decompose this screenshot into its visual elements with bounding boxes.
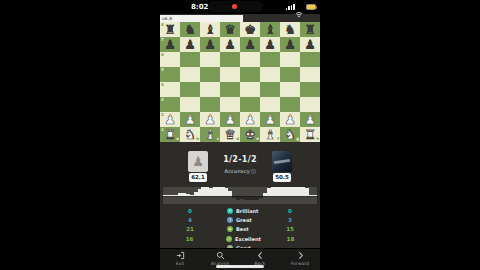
recording-indicator-icon <box>232 4 237 9</box>
black-brilliant-count: 0 <box>260 208 320 214</box>
square-a6[interactable]: 6 <box>160 52 180 67</box>
classification-label: Best <box>236 226 260 232</box>
square-h2[interactable]: ♟ <box>300 112 320 127</box>
square-d7[interactable]: ♟ <box>220 37 240 52</box>
game-result: 1/2-1/2 <box>160 155 320 164</box>
best-icon: ★ <box>227 226 233 232</box>
status-bar: 8:02 <box>160 0 320 14</box>
toolbar-label: Forward <box>291 261 309 266</box>
square-a2[interactable]: 2♟ <box>160 112 180 127</box>
square-d2[interactable]: ♟ <box>220 112 240 127</box>
black-pawn: ♟ <box>260 37 280 52</box>
classification-row-great: 4 ! Great 3 <box>160 215 320 224</box>
square-c4[interactable] <box>200 82 220 97</box>
classification-row-brilliant: 0 !! Brilliant 0 <box>160 206 320 215</box>
chess-board[interactable]: 8♜♞♝♛♚♝♞♜7♟♟♟♟♟♟♟♟65432♟♟♟♟♟♟♟♟1a♜b♞c♝d♛… <box>160 22 320 142</box>
square-e5[interactable] <box>240 67 260 82</box>
exit-button[interactable]: Exit <box>160 249 200 270</box>
square-h5[interactable] <box>300 67 320 82</box>
black-accuracy-value: 50.5 <box>273 173 291 182</box>
square-b5[interactable] <box>180 67 200 82</box>
square-g6[interactable] <box>280 52 300 67</box>
black-pawn: ♟ <box>180 37 200 52</box>
black-pawn: ♟ <box>220 37 240 52</box>
black-knight: ♞ <box>280 22 300 37</box>
square-a3[interactable]: 3 <box>160 97 180 112</box>
square-d4[interactable] <box>220 82 240 97</box>
classification-label: Great <box>236 217 260 223</box>
forward-button[interactable]: Forward <box>280 249 320 270</box>
exit-icon <box>176 251 185 260</box>
square-g8[interactable]: ♞ <box>280 22 300 37</box>
black-knight: ♞ <box>180 22 200 37</box>
square-g3[interactable] <box>280 97 300 112</box>
square-f7[interactable]: ♟ <box>260 37 280 52</box>
square-g4[interactable] <box>280 82 300 97</box>
black-pawn: ♟ <box>280 37 300 52</box>
square-a4[interactable]: 4 <box>160 82 180 97</box>
square-e2[interactable]: ♟ <box>240 112 260 127</box>
brilliant-icon: !! <box>227 208 233 214</box>
square-d5[interactable] <box>220 67 240 82</box>
square-g7[interactable]: ♟ <box>280 37 300 52</box>
classification-row-best: 21 ★ Best 15 <box>160 225 320 234</box>
square-b2[interactable]: ♟ <box>180 112 200 127</box>
chevron-right-icon <box>296 251 305 260</box>
square-h8[interactable]: ♜ <box>300 22 320 37</box>
square-c5[interactable] <box>200 67 220 82</box>
square-g1[interactable]: g♞ <box>280 127 300 142</box>
white-pawn: ♟ <box>220 112 240 127</box>
white-pawn: ♟ <box>280 112 300 127</box>
square-c7[interactable]: ♟ <box>200 37 220 52</box>
bottom-toolbar: Exit Analysis Back Forward <box>160 248 320 270</box>
white-brilliant-count: 0 <box>160 208 220 214</box>
square-d6[interactable] <box>220 52 240 67</box>
square-d1[interactable]: d♛ <box>220 127 240 142</box>
square-c3[interactable] <box>200 97 220 112</box>
white-pawn: ♟ <box>300 112 320 127</box>
square-d3[interactable] <box>220 97 240 112</box>
letterboxed-screen: 8:02 u6.8 8♜♞♝♛♚♝♞♜7♟♟♟♟♟♟♟♟65432♟♟♟♟♟♟♟… <box>0 0 480 270</box>
square-h3[interactable] <box>300 97 320 112</box>
square-a7[interactable]: 7♟ <box>160 37 180 52</box>
great-icon: ! <box>227 217 233 223</box>
black-pawn: ♟ <box>240 37 260 52</box>
square-e4[interactable] <box>240 82 260 97</box>
battery-icon <box>306 4 316 10</box>
classification-row-excellent: 16 ✓ Excellent 18 <box>160 234 320 243</box>
white-excellent-count: 16 <box>160 236 219 242</box>
square-c8[interactable]: ♝ <box>200 22 220 37</box>
classification-label: Excellent <box>235 236 261 242</box>
square-f1[interactable]: f♝ <box>260 127 280 142</box>
square-e7[interactable]: ♟ <box>240 37 260 52</box>
white-great-count: 4 <box>160 217 220 223</box>
move-classification-list: 0 !! Brilliant 0 4 ! Great 3 21 ★ Best 1… <box>160 206 320 253</box>
square-c1[interactable]: c♝ <box>200 127 220 142</box>
square-h6[interactable] <box>300 52 320 67</box>
square-e8[interactable]: ♚ <box>240 22 260 37</box>
excellent-icon: ✓ <box>226 236 232 242</box>
black-pawn: ♟ <box>300 37 320 52</box>
square-f8[interactable]: ♝ <box>260 22 280 37</box>
square-f6[interactable] <box>260 52 280 67</box>
square-c6[interactable] <box>200 52 220 67</box>
chevron-left-icon <box>256 251 265 260</box>
black-bishop: ♝ <box>260 22 280 37</box>
square-f4[interactable] <box>260 82 280 97</box>
square-a8[interactable]: 8♜ <box>160 22 180 37</box>
square-d8[interactable]: ♛ <box>220 22 240 37</box>
square-b6[interactable] <box>180 52 200 67</box>
black-pawn: ♟ <box>200 37 220 52</box>
black-best-count: 15 <box>260 226 320 232</box>
white-accuracy-value: 62.1 <box>189 173 207 182</box>
square-f2[interactable]: ♟ <box>260 112 280 127</box>
black-excellent-count: 18 <box>261 236 320 242</box>
square-h4[interactable] <box>300 82 320 97</box>
cell-signal-icon <box>286 4 295 10</box>
player-name-strip: u6.8 <box>160 15 243 22</box>
phone-screen: 8:02 u6.8 8♜♞♝♛♚♝♞♜7♟♟♟♟♟♟♟♟65432♟♟♟♟♟♟♟… <box>160 0 320 270</box>
white-pawn: ♟ <box>180 112 200 127</box>
square-g2[interactable]: ♟ <box>280 112 300 127</box>
square-c2[interactable]: ♟ <box>200 112 220 127</box>
wifi-icon <box>295 3 303 22</box>
white-best-count: 21 <box>160 226 220 232</box>
square-e1[interactable]: e♚ <box>240 127 260 142</box>
black-bishop: ♝ <box>200 22 220 37</box>
square-h1[interactable]: h♜ <box>300 127 320 142</box>
square-h7[interactable]: ♟ <box>300 37 320 52</box>
black-great-count: 3 <box>260 217 320 223</box>
home-indicator[interactable] <box>216 265 264 268</box>
square-b3[interactable] <box>180 97 200 112</box>
classification-label: Brilliant <box>236 208 260 214</box>
square-e6[interactable] <box>240 52 260 67</box>
white-pawn: ♟ <box>260 112 280 127</box>
square-a1[interactable]: 1a♜ <box>160 127 180 142</box>
square-e3[interactable] <box>240 97 260 112</box>
black-queen: ♛ <box>220 22 240 37</box>
square-f3[interactable] <box>260 97 280 112</box>
square-b8[interactable]: ♞ <box>180 22 200 37</box>
square-g5[interactable] <box>280 67 300 82</box>
square-b7[interactable]: ♟ <box>180 37 200 52</box>
info-icon[interactable]: ⓘ <box>251 168 256 174</box>
square-a5[interactable]: 5 <box>160 67 180 82</box>
evaluation-graph[interactable] <box>163 187 317 204</box>
magnifier-icon <box>216 251 225 260</box>
square-f5[interactable] <box>260 67 280 82</box>
white-pawn: ♟ <box>240 112 260 127</box>
black-rook: ♜ <box>300 22 320 37</box>
square-b1[interactable]: b♞ <box>180 127 200 142</box>
toolbar-label: Exit <box>176 261 185 266</box>
square-b4[interactable] <box>180 82 200 97</box>
accuracy-label: Accuracyⓘ <box>160 168 320 174</box>
black-king: ♚ <box>240 22 260 37</box>
white-pawn: ♟ <box>200 112 220 127</box>
clock: 8:02 <box>191 3 208 11</box>
